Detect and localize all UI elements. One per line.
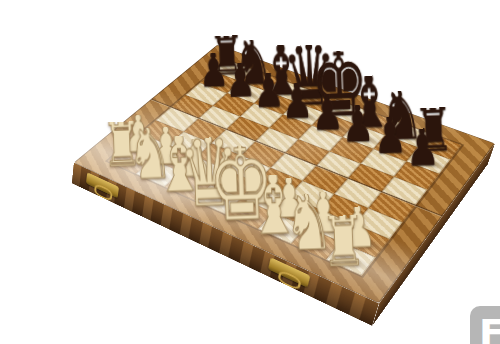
white-rook-h1: ♜ [320,215,366,268]
black-pawn-e7: ♟ [311,94,344,132]
black-pawn-g7: ♟ [373,116,407,155]
latch-left-hook [94,183,113,202]
black-pawn-c7: ♟ [252,73,284,109]
black-pawn-f7: ♟ [341,105,375,143]
chess-board-box: ♜♞♝♛♚♝♞♜♟♟♟♟♟♟♟♟♟♟♟♟♟♟♟♟♜♞♝♛♚♝♞♜ [74,45,495,304]
latch-front [268,257,310,287]
black-pawn-d7: ♟ [281,83,314,120]
board-grid: ♜♞♝♛♚♝♞♜♟♟♟♟♟♟♟♟♟♟♟♟♟♟♟♟♜♞♝♛♚♝♞♜ [108,60,462,276]
watermark-letter: F [479,311,500,344]
latch-left [86,172,119,198]
scene-3d: ♜♞♝♛♚♝♞♜♟♟♟♟♟♟♟♟♟♟♟♟♟♟♟♟♜♞♝♛♚♝♞♜ [0,0,500,344]
black-pawn-h7: ♟ [405,128,440,168]
watermark-badge: F [470,306,500,344]
photo-canvas: ♜♞♝♛♚♝♞♜♟♟♟♟♟♟♟♟♟♟♟♟♟♟♟♟♜♞♝♛♚♝♞♜ F [0,0,500,344]
latch-front-hook [277,269,302,291]
black-pawn-b7: ♟ [225,62,257,98]
